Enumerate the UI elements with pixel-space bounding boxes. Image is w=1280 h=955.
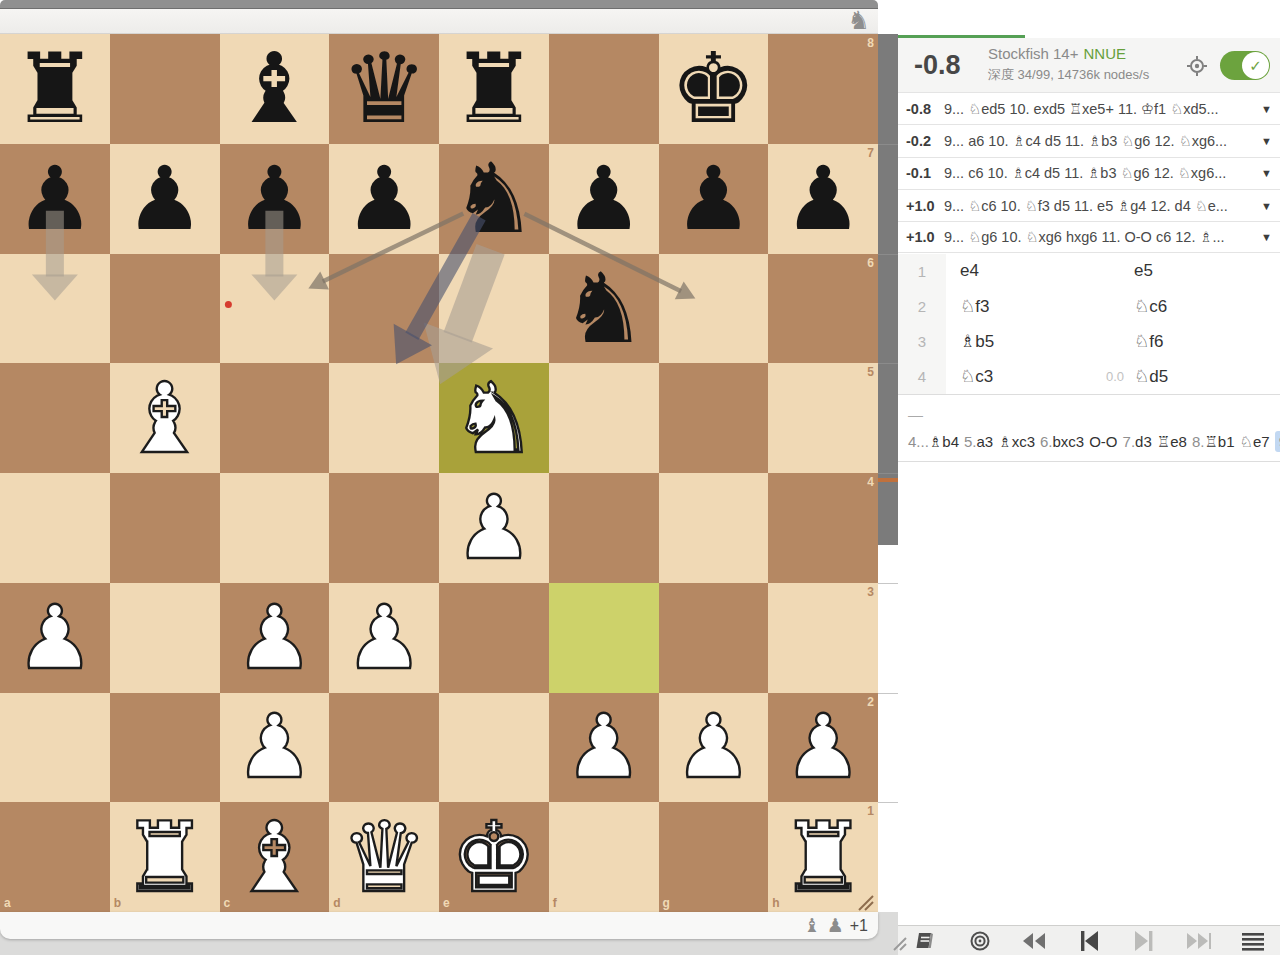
square-f7[interactable]: ♟ — [549, 144, 659, 254]
file-label-d: d — [333, 896, 340, 910]
book-icon[interactable] — [912, 930, 938, 952]
square-h4[interactable]: 4 — [768, 473, 878, 583]
window-top-strip — [0, 0, 878, 9]
eval-gauge — [878, 34, 898, 912]
engine-name: Stockfish 14+ — [988, 45, 1078, 62]
square-h6[interactable]: 6 — [768, 254, 878, 364]
square-d7[interactable]: ♟ — [329, 144, 439, 254]
square-c3[interactable]: ♟ — [220, 583, 330, 693]
square-c6[interactable] — [220, 254, 330, 364]
engine-depth-info: 深度 34/99, 14736k nodes/s — [988, 66, 1149, 84]
pv-moves[interactable]: 9... c6 10. ♗c4 d5 11. ♗b3 ♘g6 12. ♘xg6.… — [944, 165, 1258, 181]
black-bishop-c8[interactable]: ♝ — [231, 40, 318, 137]
focus-target-icon[interactable] — [1186, 55, 1208, 77]
pv-expand-caret-icon[interactable]: ▼ — [1258, 231, 1280, 243]
rank-label-2: 2 — [867, 695, 874, 709]
square-f4[interactable] — [549, 473, 659, 583]
variation-move-current[interactable]: 9.♘xe5 — [1275, 431, 1280, 452]
eval-gauge-black — [878, 34, 898, 545]
square-c2[interactable]: ♟ — [220, 693, 330, 803]
pv-moves[interactable]: 9... ♘ed5 10. exd5 ♖xe5+ 11. ♔f1 ♘xd5... — [944, 101, 1258, 117]
square-d5[interactable] — [329, 363, 439, 473]
black-pawn-d7[interactable]: ♟ — [345, 155, 424, 243]
black-knight-e7[interactable]: ♞ — [450, 150, 537, 247]
variation-move[interactable]: 7.d3 — [1123, 433, 1152, 450]
square-b2[interactable] — [110, 693, 220, 803]
move-number: 4 — [898, 359, 946, 394]
engine-info: Stockfish 14+NNUE 深度 34/99, 14736k nodes… — [988, 45, 1149, 84]
move-row-4: 4♘c30.0♘d5 — [898, 359, 1280, 394]
pv-line-3[interactable]: -0.19... c6 10. ♗c4 d5 11. ♗b3 ♘g6 12. ♘… — [898, 157, 1280, 189]
eval-gauge-midline — [878, 478, 898, 482]
square-b1[interactable]: b♜ — [110, 802, 220, 912]
white-rook-b1[interactable]: ♜ — [121, 809, 208, 906]
white-king-e1[interactable]: ♚ — [450, 809, 537, 906]
white-move[interactable]: e4 — [946, 261, 1086, 281]
black-knight-f6[interactable]: ♞ — [560, 260, 647, 357]
square-g4[interactable] — [659, 473, 769, 583]
engine-header: -0.8 Stockfish 14+NNUE 深度 34/99, 14736k … — [898, 38, 1280, 92]
pv-moves[interactable]: 9... a6 10. ♗c4 d5 11. ♗b3 ♘g6 12. ♘xg6.… — [944, 133, 1258, 149]
jump-start-button[interactable] — [1021, 930, 1047, 952]
black-pawn-f7[interactable]: ♟ — [564, 155, 643, 243]
move-row-1: 1e4e5 — [898, 254, 1280, 289]
black-move[interactable]: ♘c6 — [1130, 296, 1280, 317]
white-bishop-c1[interactable]: ♝ — [231, 809, 318, 906]
black-move[interactable]: e5 — [1130, 261, 1280, 281]
white-pawn-h2[interactable]: ♟ — [784, 703, 863, 791]
white-move[interactable]: ♘f3 — [946, 296, 1086, 317]
black-pawn-g7[interactable]: ♟ — [674, 155, 753, 243]
square-b3[interactable] — [110, 583, 220, 693]
square-a7[interactable]: ♟ — [0, 144, 110, 254]
material-advantage: +1 — [850, 917, 868, 935]
captured-bishop-icon: ♝ — [804, 916, 821, 935]
file-label-a: a — [4, 896, 11, 910]
variation-move[interactable]: 4...♗b4 — [908, 433, 959, 450]
square-d1[interactable]: d♛ — [329, 802, 439, 912]
engine-toggle-check-icon: ✓ — [1242, 52, 1269, 79]
square-g1[interactable]: g — [659, 802, 769, 912]
analysis-window: ♞ ♜♝♛♜♚8♟♟♟♟♞♟♟7♟♞6♝♞5♟4♟♟♟3♟♟♟2♟ab♜c♝d♛… — [0, 0, 1280, 955]
move-number: 3 — [898, 324, 946, 359]
square-f3[interactable] — [549, 583, 659, 693]
square-d4[interactable] — [329, 473, 439, 583]
white-pawn-a3[interactable]: ♟ — [15, 594, 94, 682]
variation-move[interactable]: ♘e7 — [1240, 433, 1270, 450]
square-g6[interactable] — [659, 254, 769, 364]
black-rook-a8[interactable]: ♜ — [11, 40, 98, 137]
variation-line: —4...♗b45.a3♗xc36.bxc3O-O7.d3♖e88.♖b1♘e7… — [898, 394, 1280, 462]
moves-table: 1e4e52♘f3♘c63♗b5♘f64♘c30.0♘d5 — [898, 254, 1280, 394]
square-a8[interactable]: ♜ — [0, 34, 110, 144]
engine-eval: -0.8 — [914, 38, 961, 92]
square-e7[interactable]: ♞ — [439, 144, 549, 254]
white-queen-d1[interactable]: ♛ — [341, 809, 428, 906]
file-label-h: h — [772, 896, 779, 910]
square-d3[interactable]: ♟ — [329, 583, 439, 693]
pv-eval: -0.1 — [898, 165, 944, 181]
file-label-f: f — [553, 896, 557, 910]
pv-expand-caret-icon[interactable]: ▼ — [1258, 167, 1280, 179]
pv-line-5[interactable]: +1.09... ♘g6 10. ♘xg6 hxg6 11. O-O c6 12… — [898, 221, 1280, 253]
variation-move[interactable]: 8.♖b1 — [1192, 433, 1235, 450]
chess-board[interactable]: ♜♝♛♜♚8♟♟♟♟♞♟♟7♟♞6♝♞5♟4♟♟♟3♟♟♟2♟ab♜c♝d♛e♚… — [0, 34, 878, 912]
square-e8[interactable]: ♜ — [439, 34, 549, 144]
black-move[interactable]: ♘d5 — [1130, 366, 1280, 387]
square-b7[interactable]: ♟ — [110, 144, 220, 254]
white-move[interactable]: ♗b5 — [946, 331, 1086, 352]
square-e6[interactable] — [439, 254, 549, 364]
square-h8[interactable]: 8 — [768, 34, 878, 144]
rank-label-7: 7 — [867, 146, 874, 160]
captured-pawn-icon: ♟ — [827, 916, 844, 935]
square-a1[interactable]: a — [0, 802, 110, 912]
pv-moves[interactable]: 9... ♘g6 10. ♘xg6 hxg6 11. O-O c6 12. ♗.… — [944, 229, 1258, 245]
square-e2[interactable] — [439, 693, 549, 803]
engine-pv-lines: -0.89... ♘ed5 10. exd5 ♖xe5+ 11. ♔f1 ♘xd… — [898, 92, 1280, 253]
black-move[interactable]: ♘f6 — [1130, 331, 1280, 352]
pv-eval: -0.8 — [898, 101, 944, 117]
black-king-g8[interactable]: ♚ — [670, 40, 757, 137]
square-f6[interactable]: ♞ — [549, 254, 659, 364]
pv-moves[interactable]: 9... ♘c6 10. ♘f3 d5 11. e5 ♗g4 12. d4 ♘e… — [944, 198, 1258, 214]
white-pawn-f2[interactable]: ♟ — [564, 703, 643, 791]
pv-expand-caret-icon[interactable]: ▼ — [1258, 135, 1280, 147]
analysis-panel: -0.8 Stockfish 14+NNUE 深度 34/99, 14736k … — [898, 0, 1280, 955]
square-h3[interactable]: 3 — [768, 583, 878, 693]
step-back-button[interactable] — [1076, 930, 1102, 952]
square-d8[interactable]: ♛ — [329, 34, 439, 144]
file-label-b: b — [114, 896, 121, 910]
square-g5[interactable] — [659, 363, 769, 473]
rank-label-1: 1 — [867, 804, 874, 818]
black-queen-d8[interactable]: ♛ — [341, 40, 428, 137]
square-h2[interactable]: 2♟ — [768, 693, 878, 803]
white-pawn-c2[interactable]: ♟ — [235, 703, 314, 791]
square-g2[interactable]: ♟ — [659, 693, 769, 803]
variation-move[interactable]: ♗xc3 — [998, 433, 1035, 450]
step-forward-button[interactable] — [1131, 930, 1157, 952]
white-move[interactable]: ♘c3 — [946, 366, 1086, 387]
pv-expand-caret-icon[interactable]: ▼ — [1258, 200, 1280, 212]
square-c7[interactable]: ♟ — [220, 144, 330, 254]
white-pawn-d3[interactable]: ♟ — [345, 594, 424, 682]
square-a5[interactable] — [0, 363, 110, 473]
white-knight-e5[interactable]: ♞ — [450, 370, 537, 467]
square-f8[interactable] — [549, 34, 659, 144]
square-f5[interactable] — [549, 363, 659, 473]
pv-line-1[interactable]: -0.89... ♘ed5 10. exd5 ♖xe5+ 11. ♔f1 ♘xd… — [898, 92, 1280, 124]
board-titlebar: ♞ — [0, 9, 878, 34]
square-e3[interactable] — [439, 583, 549, 693]
square-g8[interactable]: ♚ — [659, 34, 769, 144]
variation-branch-dash: — — [908, 406, 923, 423]
jump-end-button[interactable] — [1185, 930, 1211, 952]
square-f1[interactable]: f — [549, 802, 659, 912]
pv-eval: +1.0 — [898, 198, 944, 214]
black-rook-e8[interactable]: ♜ — [450, 40, 537, 137]
knight-icon: ♞ — [848, 6, 870, 34]
white-bishop-b5[interactable]: ♝ — [121, 370, 208, 467]
square-e4[interactable]: ♟ — [439, 473, 549, 583]
analysis-toolbar — [898, 925, 1280, 955]
square-b4[interactable] — [110, 473, 220, 583]
move-row-3: 3♗b5♘f6 — [898, 324, 1280, 359]
record-target-icon[interactable] — [967, 930, 993, 952]
black-pawn-c7[interactable]: ♟ — [235, 155, 314, 243]
square-a4[interactable] — [0, 473, 110, 583]
variation-move[interactable]: 6.bxc3 — [1040, 433, 1084, 450]
pv-expand-caret-icon[interactable]: ▼ — [1258, 103, 1280, 115]
square-g3[interactable] — [659, 583, 769, 693]
rank-label-8: 8 — [867, 36, 874, 50]
square-d6[interactable] — [329, 254, 439, 364]
square-a3[interactable]: ♟ — [0, 583, 110, 693]
engine-nnue-badge: NNUE — [1083, 45, 1126, 62]
square-b5[interactable]: ♝ — [110, 363, 220, 473]
variation-move[interactable]: ♖e8 — [1157, 433, 1187, 450]
square-b6[interactable] — [110, 254, 220, 364]
pv-line-4[interactable]: +1.09... ♘c6 10. ♘f3 d5 11. e5 ♗g4 12. d… — [898, 189, 1280, 221]
variation-move[interactable]: O-O — [1089, 433, 1117, 450]
square-c8[interactable]: ♝ — [220, 34, 330, 144]
square-g7[interactable]: ♟ — [659, 144, 769, 254]
file-label-c: c — [224, 896, 231, 910]
white-pawn-g2[interactable]: ♟ — [674, 703, 753, 791]
white-pawn-c3[interactable]: ♟ — [235, 594, 314, 682]
rank-label-6: 6 — [867, 256, 874, 270]
window-resize-handle[interactable] — [891, 935, 909, 953]
square-f2[interactable]: ♟ — [549, 693, 659, 803]
square-a6[interactable] — [0, 254, 110, 364]
white-pawn-e4[interactable]: ♟ — [454, 484, 533, 572]
move-eval: 0.0 — [1086, 369, 1130, 384]
square-h5[interactable]: 5 — [768, 363, 878, 473]
pv-line-2[interactable]: -0.29... a6 10. ♗c4 d5 11. ♗b3 ♘g6 12. ♘… — [898, 124, 1280, 156]
file-label-e: e — [443, 896, 450, 910]
file-label-g: g — [663, 896, 670, 910]
square-a2[interactable] — [0, 693, 110, 803]
black-pawn-b7[interactable]: ♟ — [125, 155, 204, 243]
rank-label-4: 4 — [867, 475, 874, 489]
square-c5[interactable] — [220, 363, 330, 473]
menu-icon[interactable] — [1240, 930, 1266, 952]
engine-toggle[interactable]: ✓ — [1220, 51, 1270, 80]
black-pawn-a7[interactable]: ♟ — [15, 155, 94, 243]
square-c4[interactable] — [220, 473, 330, 583]
pv-eval: -0.2 — [898, 133, 944, 149]
move-row-2: 2♘f3♘c6 — [898, 289, 1280, 324]
move-number: 2 — [898, 289, 946, 324]
material-bar: ♝ ♟ +1 — [0, 912, 878, 939]
board-resize-handle[interactable] — [853, 891, 877, 913]
square-d2[interactable] — [329, 693, 439, 803]
square-e1[interactable]: e♚ — [439, 802, 549, 912]
rank-label-5: 5 — [867, 365, 874, 379]
square-b8[interactable] — [110, 34, 220, 144]
rank-label-3: 3 — [867, 585, 874, 599]
square-c1[interactable]: c♝ — [220, 802, 330, 912]
square-e5[interactable]: ♞ — [439, 363, 549, 473]
black-pawn-h7[interactable]: ♟ — [784, 155, 863, 243]
board-pane: ♞ ♜♝♛♜♚8♟♟♟♟♞♟♟7♟♞6♝♞5♟4♟♟♟3♟♟♟2♟ab♜c♝d♛… — [0, 0, 898, 955]
square-h7[interactable]: 7♟ — [768, 144, 878, 254]
variation-move[interactable]: 5.a3 — [964, 433, 993, 450]
move-number: 1 — [898, 254, 946, 289]
pv-eval: +1.0 — [898, 229, 944, 245]
